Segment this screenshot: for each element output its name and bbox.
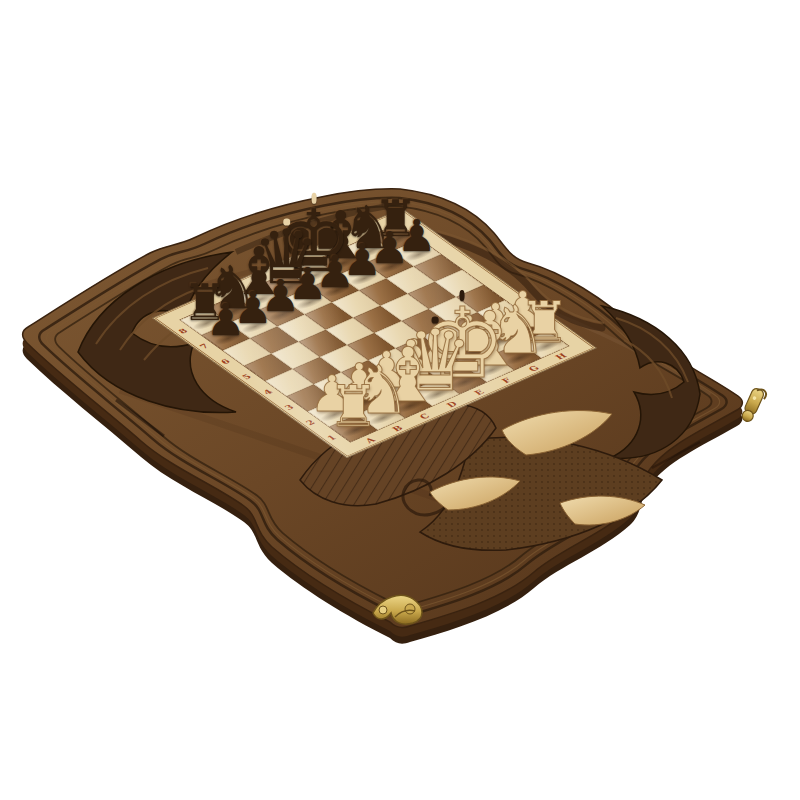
- king-queen-finial: [311, 193, 316, 204]
- king-queen-finial: [283, 219, 290, 226]
- black-pawn-a7[interactable]: ♟: [206, 298, 245, 342]
- king-queen-finial: [432, 317, 439, 324]
- product-photo: 12345678ABCDEFGH ♜♞♝♛♚♝♞♜♟♟♟♟♟♟♟♟♟♟♟♟♟♟♟…: [0, 0, 800, 800]
- white-rook-a1[interactable]: ♜: [328, 378, 379, 435]
- king-queen-finial: [460, 290, 465, 301]
- brass-clasp-icon: [740, 386, 768, 424]
